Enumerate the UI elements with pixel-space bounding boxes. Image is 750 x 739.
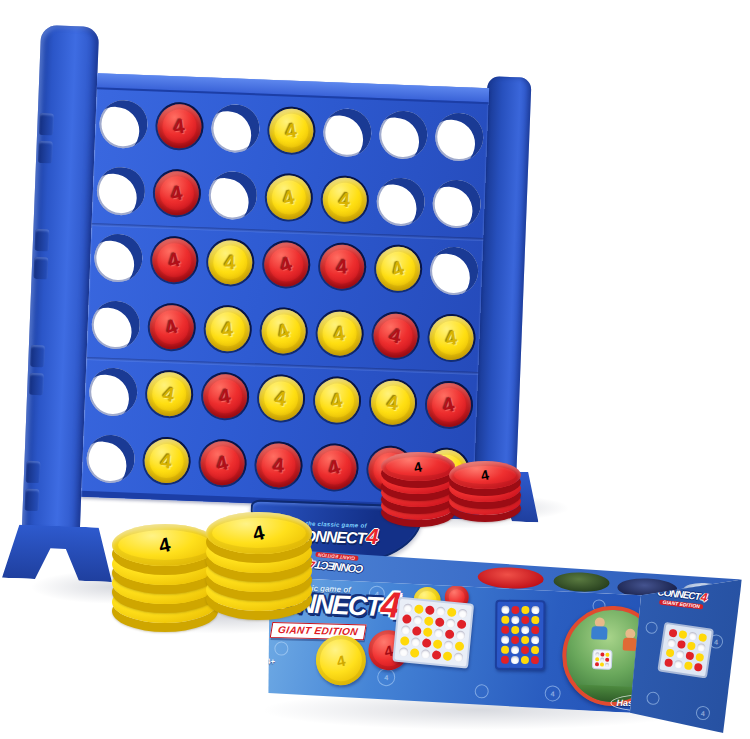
board-face: 4444444444444444444444444444 (81, 73, 489, 512)
art-red-disc (531, 656, 539, 664)
disc-glyph: 4 (221, 318, 234, 339)
post-tab (33, 257, 48, 280)
art-red-disc (457, 619, 467, 629)
board-cell-r2c6 (371, 167, 430, 236)
art-red-disc (664, 658, 673, 667)
art-empty-hole (675, 650, 684, 659)
board-cell-r4c5: 4 (310, 299, 369, 368)
art-empty-hole (531, 636, 539, 644)
disc-glyph: 4 (160, 450, 173, 471)
art-empty-hole (501, 606, 509, 614)
board-cell-r5c1 (84, 357, 143, 426)
board-cell-r1c5 (318, 98, 377, 167)
board-cell-r3c6: 4 (369, 234, 428, 303)
art-yellow-disc (410, 648, 420, 658)
art-red-disc (600, 652, 604, 656)
art-empty-hole (413, 615, 423, 625)
red-disc: 4 (261, 239, 311, 289)
board-cell-r4c1 (87, 290, 146, 359)
disc-glyph: 4 (445, 327, 459, 348)
art-red-disc (595, 662, 599, 666)
art-empty-hole (403, 603, 413, 613)
board-cell-r3c2: 4 (145, 225, 204, 294)
red-disc-face: 4 (154, 170, 200, 216)
yellow-disc: 4 (312, 375, 362, 425)
art-empty-hole (401, 625, 411, 635)
disc-glyph: 4 (336, 256, 348, 276)
art-yellow-disc (511, 626, 519, 634)
art-yellow-disc (600, 662, 604, 666)
art-red-disc (425, 605, 435, 615)
front-board-graphic-1 (392, 597, 474, 669)
board-cell-r1c7 (430, 102, 489, 171)
board-cell-r6c4: 4 (249, 430, 308, 499)
red-disc: 4 (254, 440, 304, 490)
disc-glyph: 4 (388, 324, 402, 346)
yellow-disc: 4 (144, 369, 194, 419)
art-yellow-disc (684, 661, 693, 670)
post-tab (39, 113, 54, 136)
art-red-disc (511, 606, 519, 614)
post-tab (25, 489, 40, 512)
board-cell-r3c7 (425, 236, 484, 305)
art-red-disc (694, 663, 703, 672)
empty-hole (378, 110, 428, 160)
yellow-disc: 4 (320, 174, 370, 224)
board-cell-r3c1 (89, 223, 148, 292)
yellow-disc-face: 4 (269, 107, 315, 153)
board-cell-r2c2: 4 (148, 158, 207, 227)
empty-hole (99, 99, 149, 149)
art-empty-hole (595, 652, 599, 656)
red-disc-face: 4 (256, 442, 302, 488)
board-cell-r2c5: 4 (316, 165, 375, 234)
yellow-disc-face: 4 (370, 379, 416, 425)
red-disc: 4 (149, 235, 199, 285)
art-empty-hole (456, 630, 466, 640)
disc-glyph: 4 (333, 323, 346, 344)
art-red-disc (521, 646, 529, 654)
art-empty-hole (436, 606, 446, 616)
art-empty-hole (667, 639, 676, 648)
yellow-disc-face: 4 (146, 371, 192, 417)
board-cell-r1c1 (94, 89, 153, 158)
disc-glyph: 4 (413, 459, 424, 474)
red-disc-face: 4 (319, 243, 365, 289)
disc-glyph: 4 (274, 387, 288, 408)
product-box: CONNECT 4 GIANT EDITION 4 4 4 the classi… (242, 544, 750, 739)
art-empty-hole (688, 632, 697, 641)
art-empty-hole (501, 636, 509, 644)
art-red-disc (669, 629, 678, 638)
board-cell-r4c4: 4 (254, 296, 313, 365)
bubble-pattern (646, 692, 660, 706)
red-loose-disc: 4 (449, 461, 521, 489)
kid-shirt (591, 626, 608, 640)
empty-hole (91, 300, 141, 350)
art-yellow-disc (501, 616, 509, 624)
post-tab (26, 461, 41, 484)
art-empty-hole (444, 640, 454, 650)
disc-glyph: 4 (169, 182, 184, 204)
bubble-pattern: 4 (696, 706, 711, 721)
art-yellow-disc (695, 653, 704, 662)
art-yellow-disc (521, 656, 529, 664)
disc-glyph: 4 (387, 392, 400, 413)
art-red-disc (677, 640, 686, 649)
red-disc-face: 4 (157, 103, 203, 149)
yellow-stack-right: 4 (206, 512, 312, 620)
yellow-stack-left: 4 (112, 524, 218, 632)
board-cell-r1c3 (206, 93, 265, 162)
yellow-loose-disc: 4 (112, 524, 218, 566)
disc-glyph: 4 (281, 186, 297, 208)
bubble-pattern (274, 641, 289, 656)
yellow-disc-face: 4 (429, 315, 475, 361)
red-disc: 4 (155, 101, 205, 151)
disc-glyph: 4 (441, 393, 457, 415)
red-disc-face: 4 (426, 382, 472, 428)
art-yellow-disc (698, 633, 707, 642)
art-empty-hole (434, 628, 444, 638)
art-red-disc (685, 651, 694, 660)
photo-kid-1 (591, 617, 608, 640)
empty-hole (86, 434, 136, 484)
art-empty-hole (421, 649, 431, 659)
art-empty-hole (511, 646, 519, 654)
red-disc: 4 (317, 241, 367, 291)
art-yellow-disc (531, 616, 539, 624)
lid-red-disc-art (477, 566, 544, 590)
art-yellow-disc (666, 648, 675, 657)
art-red-disc (435, 617, 445, 627)
yellow-disc-face: 4 (205, 306, 251, 352)
art-yellow-disc (605, 653, 609, 657)
box-lid-logo: CONNECT 4 GIANT EDITION (307, 551, 364, 575)
board-cell-r6c1 (81, 424, 140, 493)
art-red-disc (605, 658, 609, 662)
art-yellow-disc (400, 636, 410, 646)
disc-glyph: 4 (273, 455, 285, 475)
red-disc: 4 (147, 302, 197, 352)
red-disc: 4 (152, 168, 202, 218)
red-disc: 4 (200, 371, 250, 421)
board-cell-r3c3: 4 (201, 227, 260, 296)
disc-glyph: 4 (278, 253, 295, 276)
board-cell-r3c5: 4 (313, 232, 372, 301)
empty-hole (208, 170, 258, 220)
art-empty-hole (458, 609, 468, 619)
art-empty-hole (600, 657, 604, 661)
red-loose-disc: 4 (381, 452, 455, 481)
disc-glyph: 4 (215, 452, 231, 474)
board-cell-r1c6 (374, 100, 433, 169)
art-yellow-disc (531, 646, 539, 654)
disc-glyph: 4 (163, 315, 181, 338)
empty-hole (88, 367, 138, 417)
art-red-disc (521, 616, 529, 624)
yellow-disc: 4 (266, 105, 316, 155)
bubble-pattern: 4 (377, 668, 396, 687)
end-board-graphic (657, 622, 714, 679)
disc-glyph: 4 (275, 320, 293, 343)
board-cell-r2c7 (427, 169, 486, 238)
board-cell-r5c4: 4 (252, 363, 311, 432)
art-yellow-disc (595, 657, 599, 661)
yellow-disc: 4 (142, 436, 192, 486)
art-empty-hole (399, 647, 409, 657)
board-grid: 4444444444444444444444444444 (81, 89, 488, 506)
post-tab (29, 373, 44, 396)
red-disc: 4 (310, 442, 360, 492)
board-cell-r4c3: 4 (198, 294, 257, 363)
red-disc-face: 4 (373, 312, 419, 358)
art-yellow-disc (447, 607, 457, 617)
board-cell-r4c2: 4 (142, 292, 201, 361)
art-yellow-disc (501, 646, 509, 654)
yellow-disc: 4 (264, 172, 314, 222)
art-red-disc (402, 614, 412, 624)
board-cell-r2c4: 4 (260, 163, 319, 232)
yellow-disc-face: 4 (314, 377, 360, 423)
yellow-disc-face: 4 (207, 239, 253, 285)
art-empty-hole (511, 656, 519, 664)
art-red-disc (511, 636, 519, 644)
yellow-disc: 4 (256, 373, 306, 423)
red-disc: 4 (371, 310, 421, 360)
art-empty-hole (674, 660, 683, 669)
red-stack-right: 4 (449, 461, 521, 522)
yellow-disc: 4 (427, 313, 477, 363)
empty-hole (211, 103, 261, 153)
board-left-foot (2, 524, 114, 582)
empty-hole (322, 107, 372, 157)
lid-photo-art (553, 571, 610, 592)
art-red-disc (501, 656, 509, 664)
art-empty-hole (531, 606, 539, 614)
red-disc-face: 4 (149, 304, 195, 350)
front-yellow-disc-art: 4 (315, 634, 367, 686)
board-cell-r4c6: 4 (366, 301, 425, 370)
empty-hole (93, 233, 143, 283)
yellow-disc-face: 4 (258, 375, 304, 421)
board-cell-r2c3 (204, 160, 263, 229)
empty-hole (376, 176, 426, 226)
yellow-disc-face: 4 (261, 308, 307, 354)
yellow-disc: 4 (315, 308, 365, 358)
disc-glyph: 4 (225, 252, 236, 272)
board-cell-r3c4: 4 (257, 229, 316, 298)
red-disc-face: 4 (200, 440, 246, 486)
board-cell-r5c3: 4 (196, 361, 255, 430)
art-red-disc (531, 626, 539, 634)
art-yellow-disc (521, 606, 529, 614)
art-yellow-disc (521, 636, 529, 644)
board-cell-r6c5: 4 (305, 432, 364, 501)
board-cell-r5c5: 4 (308, 366, 367, 435)
yellow-disc-face: 4 (317, 310, 363, 356)
red-stack-left: 4 (381, 452, 455, 527)
yellow-disc-face: 4 (375, 246, 421, 292)
disc-glyph: 4 (326, 456, 342, 478)
empty-hole (432, 179, 482, 229)
front-board-graphic-2 (495, 600, 546, 670)
empty-hole (434, 112, 484, 162)
art-yellow-disc (424, 616, 434, 626)
yellow-disc-face: 4 (266, 174, 312, 220)
empty-hole (429, 246, 479, 296)
disc-glyph: 4 (157, 534, 172, 556)
disc-glyph: 4 (218, 385, 232, 407)
disc-glyph: 4 (480, 467, 491, 482)
post-tab (35, 229, 50, 252)
art-yellow-disc (433, 639, 443, 649)
yellow-disc: 4 (368, 377, 418, 427)
red-disc-face: 4 (152, 237, 198, 283)
art-yellow-disc (423, 627, 433, 637)
empty-hole (96, 166, 146, 216)
red-disc: 4 (424, 379, 474, 429)
art-empty-hole (446, 618, 456, 628)
disc-glyph: 4 (330, 389, 345, 411)
kid-shirt (623, 637, 638, 651)
art-yellow-disc (443, 651, 453, 661)
photo-board-graphic (592, 649, 613, 670)
art-red-disc (412, 626, 422, 636)
board-cell-r5c7: 4 (420, 370, 479, 439)
post-tab (30, 345, 45, 368)
art-empty-hole (511, 616, 519, 624)
disc-glyph: 4 (173, 115, 186, 136)
disc-glyph: 4 (335, 652, 346, 668)
red-disc-face: 4 (202, 373, 248, 419)
bubble-pattern (474, 684, 489, 699)
yellow-disc-face: 4 (144, 438, 190, 484)
yellow-disc: 4 (259, 306, 309, 356)
art-yellow-disc (455, 641, 465, 651)
disc-glyph: 4 (251, 522, 266, 544)
art-empty-hole (697, 643, 706, 652)
red-disc: 4 (198, 438, 248, 488)
disc-glyph: 4 (339, 189, 351, 210)
bubble-pattern: 4 (544, 685, 561, 702)
bubble-pattern (645, 621, 658, 634)
disc-glyph: 4 (166, 249, 182, 271)
board-cell-r6c3: 4 (193, 428, 252, 497)
yellow-disc: 4 (205, 237, 255, 287)
yellow-disc-face: 4 (322, 176, 368, 222)
board-cell-r1c2: 4 (150, 91, 209, 160)
disc-glyph: 4 (162, 383, 176, 405)
art-empty-hole (605, 663, 609, 667)
art-empty-hole (521, 626, 529, 634)
yellow-loose-disc: 4 (206, 512, 312, 554)
yellow-disc: 4 (203, 304, 253, 354)
art-empty-hole (454, 652, 464, 662)
art-yellow-disc (678, 630, 687, 639)
art-yellow-disc (414, 604, 424, 614)
photo-kid-2 (623, 628, 638, 651)
board-cell-r1c4: 4 (262, 96, 321, 165)
board-cell-r6c2: 4 (137, 426, 196, 495)
art-red-disc (422, 638, 432, 648)
board-cell-r5c2: 4 (140, 359, 199, 428)
age-badge-text: 4+ (266, 657, 276, 666)
yellow-disc: 4 (373, 243, 423, 293)
red-disc-face: 4 (312, 444, 358, 490)
age-badge: 4+ (254, 656, 275, 666)
art-red-disc (432, 650, 442, 660)
red-disc-face: 4 (263, 241, 309, 287)
art-red-disc (445, 629, 455, 639)
board-cell-r5c6: 4 (364, 368, 423, 437)
product-photo: 4444444444444444444444444444 the classic… (0, 0, 750, 739)
art-empty-hole (411, 637, 421, 647)
disc-glyph: 4 (389, 257, 407, 280)
art-yellow-disc (687, 641, 696, 650)
board-cell-r2c1 (92, 156, 151, 225)
disc-glyph: 4 (284, 119, 298, 140)
board-cell-r4c7: 4 (422, 303, 481, 372)
art-red-disc (501, 626, 509, 634)
age-badge-icon (254, 656, 263, 665)
post-tab (38, 141, 53, 164)
